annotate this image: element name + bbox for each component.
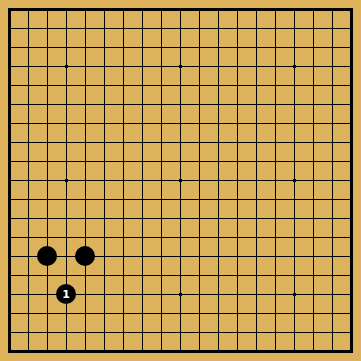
- go-board: 1: [0, 0, 361, 361]
- stones-grid: 1: [0, 0, 361, 361]
- stone-black: [37, 246, 57, 266]
- stone-black: [75, 246, 95, 266]
- stone-black-move-1: 1: [56, 284, 76, 304]
